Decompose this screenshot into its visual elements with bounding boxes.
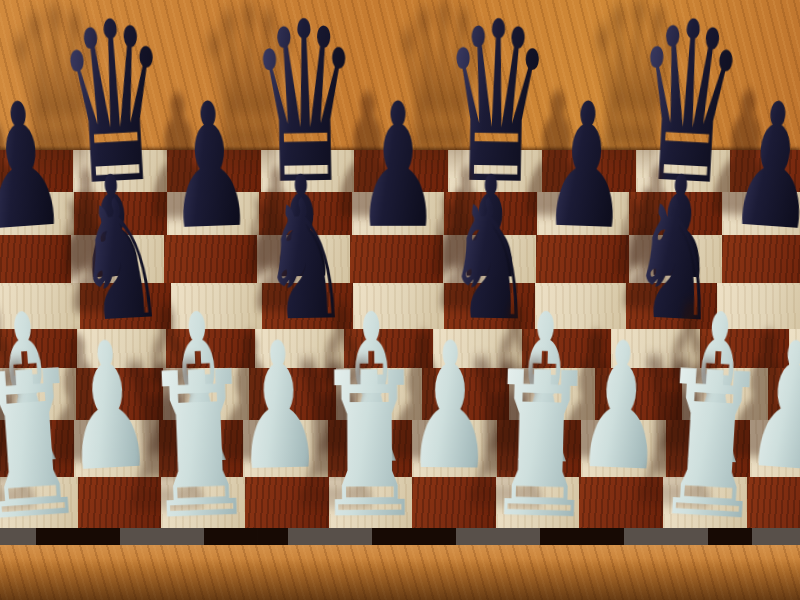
piece-white-rook-c1[interactable]: ♜ [140,344,259,548]
piece-white-rook-i1[interactable]: ♜ [649,343,772,549]
piece-black-pawn-c7[interactable]: ♟ [164,79,255,254]
piece-white-rook-g1[interactable]: ♜ [482,345,598,548]
piece-black-pawn-a7[interactable]: ♟ [0,78,70,256]
piece-layer: ♛♛♛♛♟♟♟♟♟♟♟♟♟♞♞♞♞♝♝♝♝♝♟♟♟♟♟♜♜♜♜♜ [0,0,800,600]
piece-black-pawn-g7[interactable]: ♟ [541,79,632,254]
piece-white-rook-e1[interactable]: ♜ [314,346,426,547]
piece-black-pawn-i7[interactable]: ♟ [726,78,800,256]
piece-black-pawn-e7[interactable]: ♟ [356,81,441,253]
piece-white-rook-a1[interactable]: ♜ [0,343,91,550]
chess-3d-scene: ♛♛♛♛♟♟♟♟♟♟♟♟♟♞♞♞♞♝♝♝♝♝♟♟♟♟♟♜♜♜♜♜ [0,0,800,600]
